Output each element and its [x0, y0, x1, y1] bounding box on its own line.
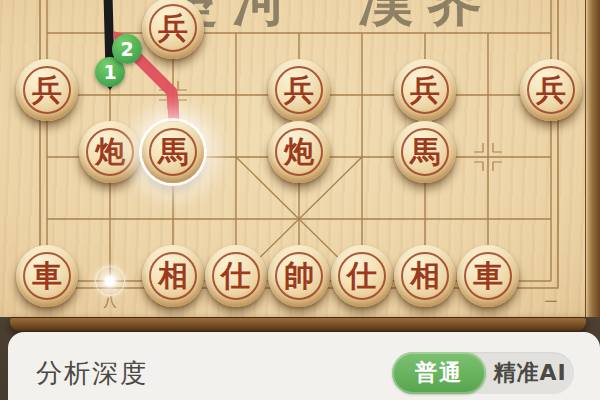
piece-character: 車: [32, 261, 62, 291]
xiangqi-analysis-screen: 楚河 漢界 九八七六五四三二一 兵兵兵兵兵炮馬炮馬車相仕帥仕相車 12 分析深度…: [0, 0, 600, 400]
piece-character: 帥: [284, 261, 314, 291]
piece-red-elephant[interactable]: 相: [142, 245, 204, 307]
piece-red-cannon[interactable]: 炮: [268, 121, 330, 183]
piece-red-general[interactable]: 帥: [268, 245, 330, 307]
toggle-option-normal[interactable]: 普通: [392, 352, 486, 394]
piece-red-chariot[interactable]: 車: [16, 245, 78, 307]
piece-red-elephant[interactable]: 相: [394, 245, 456, 307]
toggle-option-precise-ai[interactable]: 精准AI: [486, 352, 574, 394]
analysis-depth-label: 分析深度: [36, 356, 148, 391]
piece-character: 車: [473, 261, 503, 291]
piece-character: 兵: [536, 75, 566, 105]
xiangqi-board[interactable]: 楚河 漢界 九八七六五四三二一 兵兵兵兵兵炮馬炮馬車相仕帥仕相車 12: [0, 0, 600, 317]
piece-red-soldier[interactable]: 兵: [16, 59, 78, 121]
board-front-edge: [10, 317, 586, 331]
piece-character: 兵: [410, 75, 440, 105]
board-right-edge: [585, 0, 600, 317]
piece-red-soldier[interactable]: 兵: [520, 59, 582, 121]
piece-red-horse[interactable]: 馬: [142, 121, 204, 183]
piece-character: 馬: [410, 137, 440, 167]
piece-character: 炮: [284, 137, 314, 167]
piece-red-advisor[interactable]: 仕: [205, 245, 267, 307]
piece-red-cannon[interactable]: 炮: [79, 121, 141, 183]
piece-red-horse[interactable]: 馬: [394, 121, 456, 183]
piece-character: 相: [410, 261, 440, 291]
piece-red-advisor[interactable]: 仕: [331, 245, 393, 307]
piece-red-soldier[interactable]: 兵: [268, 59, 330, 121]
piece-character: 炮: [95, 137, 125, 167]
piece-character: 相: [158, 261, 188, 291]
piece-red-chariot[interactable]: 車: [457, 245, 519, 307]
piece-character: 兵: [284, 75, 314, 105]
piece-character: 兵: [32, 75, 62, 105]
move-origin-glow-dot: [91, 262, 129, 300]
piece-red-soldier[interactable]: 兵: [394, 59, 456, 121]
piece-character: 馬: [158, 137, 188, 167]
piece-character: 仕: [347, 261, 377, 291]
piece-character: 仕: [221, 261, 251, 291]
move-marker-2: 2: [112, 34, 142, 64]
analysis-panel: 分析深度 普通 精准AI: [8, 332, 600, 400]
depth-toggle[interactable]: 普通 精准AI: [392, 352, 574, 394]
piece-character: 兵: [158, 13, 188, 43]
piece-red-soldier[interactable]: 兵: [142, 0, 204, 59]
